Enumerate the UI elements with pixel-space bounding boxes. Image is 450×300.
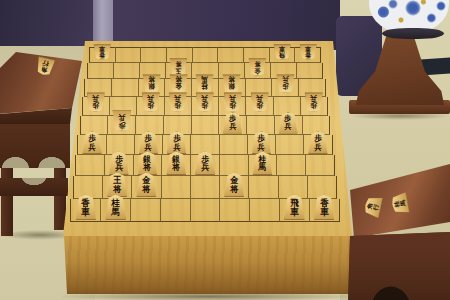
piece-kanji: 将: [148, 77, 154, 84]
left-stand-stretcher: [0, 178, 68, 196]
square-9g[interactable]: [75, 155, 105, 176]
square-9h[interactable]: [73, 176, 103, 198]
square-1g[interactable]: [306, 155, 335, 176]
square-5e[interactable]: [192, 116, 220, 135]
piece-kanji: 兵: [115, 163, 123, 171]
piece-white-pawn[interactable]: 歩兵: [141, 92, 160, 112]
square-9i[interactable]: 香車: [70, 199, 101, 222]
square-9b[interactable]: [87, 63, 114, 80]
square-2c[interactable]: 歩兵: [272, 79, 299, 97]
piece-kanji: 馬: [259, 163, 267, 171]
piece-white-gold[interactable]: 金将: [248, 58, 267, 76]
piece-kanji: 兵: [118, 113, 125, 121]
piece-kanji: 将: [172, 163, 180, 171]
piece-white-pawn[interactable]: 歩兵: [250, 92, 269, 112]
piece-kanji: 車: [305, 46, 311, 52]
piece-kanji: 兵: [88, 143, 95, 151]
shogi-scene: 角行 香車飛車香車玉将金将銀将金将桂馬銀将歩兵歩兵歩兵歩兵歩兵歩兵歩兵歩兵歩兵歩…: [0, 0, 450, 300]
square-6d[interactable]: 歩兵: [165, 97, 192, 116]
piece-kanji: 兵: [174, 95, 181, 102]
square-8f[interactable]: [107, 135, 135, 155]
piece-kanji: 銀: [228, 84, 234, 91]
piece-black-pawn[interactable]: 歩兵: [278, 112, 298, 134]
left-stand-leg: [1, 166, 13, 236]
piece-kanji: 桂: [202, 84, 208, 91]
piece-kanji: 行: [372, 203, 379, 211]
square-1d[interactable]: 歩兵: [301, 97, 328, 116]
piece-kanji: 馬: [202, 77, 208, 84]
square-3i[interactable]: [250, 199, 280, 222]
square-3g[interactable]: 桂馬: [249, 155, 278, 176]
piece-black-pawn[interactable]: 歩兵: [308, 131, 328, 154]
piece-black-rook[interactable]: 飛車: [284, 194, 305, 220]
piece-kanji: 将: [230, 185, 238, 194]
piece-kanji: 兵: [314, 143, 321, 151]
piece-kanji: 歩: [118, 121, 125, 129]
rank-h: 王将金将金将: [73, 176, 337, 198]
square-6i[interactable]: [161, 199, 191, 222]
piece-kanji: 兵: [201, 163, 209, 171]
square-1b[interactable]: [297, 63, 323, 80]
piece-black-knight[interactable]: 桂馬: [105, 194, 126, 220]
square-8e[interactable]: 歩兵: [108, 116, 136, 135]
piece-kanji: 歩: [282, 84, 288, 91]
square-9d[interactable]: 歩兵: [82, 97, 110, 116]
square-8a[interactable]: [116, 47, 142, 63]
screen-hinge-strip: [93, 0, 113, 44]
piece-kanji: 将: [144, 163, 152, 171]
piece-kanji: 車: [320, 207, 328, 216]
square-5d[interactable]: 歩兵: [192, 97, 219, 116]
rank-g: 歩兵銀将銀将歩兵桂馬: [75, 155, 335, 176]
square-2i[interactable]: 飛車: [280, 199, 310, 222]
piece-kanji: 車: [290, 207, 298, 216]
piece-kanji: 金: [175, 84, 181, 91]
piece-white-pawn[interactable]: 歩兵: [86, 92, 105, 112]
piece-black-lance[interactable]: 香車: [313, 194, 334, 220]
piece-kanji: 将: [176, 60, 182, 67]
piece-white-knight[interactable]: 桂馬: [195, 74, 214, 93]
piece-kanji: 将: [142, 185, 150, 194]
piece-black-pawn[interactable]: 歩兵: [195, 151, 216, 175]
square-9f[interactable]: 歩兵: [77, 135, 106, 155]
square-4a[interactable]: [218, 47, 244, 63]
square-5i[interactable]: [191, 199, 221, 222]
piece-kanji: 車: [99, 46, 105, 52]
piece-kanji: 銀: [148, 84, 154, 91]
piece-black-gold[interactable]: 金将: [224, 172, 245, 197]
vase-foot-ring: [382, 28, 444, 39]
rank-a: 香車飛車香車: [89, 47, 321, 63]
rank-e: 歩兵歩兵歩兵: [80, 116, 331, 135]
piece-white-lance[interactable]: 香車: [299, 44, 317, 60]
piece-kanji: 将: [113, 185, 121, 194]
square-2a[interactable]: 飛車: [270, 47, 296, 63]
piece-black-pawn[interactable]: 歩兵: [82, 131, 102, 154]
square-1f[interactable]: 歩兵: [304, 135, 332, 155]
piece-black-silver[interactable]: 銀将: [166, 151, 187, 175]
piece-kanji: 兵: [256, 95, 263, 102]
piece-white-pawn[interactable]: 歩兵: [112, 110, 132, 132]
square-2e[interactable]: 歩兵: [275, 116, 303, 135]
square-6h[interactable]: [162, 176, 191, 198]
piece-kanji: 兵: [258, 143, 265, 151]
square-5a[interactable]: [193, 47, 219, 63]
piece-black-pawn[interactable]: 歩兵: [251, 131, 271, 154]
piece-white-pawn[interactable]: 歩兵: [304, 92, 323, 112]
square-8c[interactable]: [112, 79, 139, 97]
square-5h[interactable]: [191, 176, 220, 198]
piece-kanji: 馬: [111, 207, 119, 216]
piece-black-lance[interactable]: 香車: [75, 194, 96, 220]
right-stand-apron: [348, 232, 450, 300]
square-4e[interactable]: 歩兵: [219, 116, 247, 135]
square-8i[interactable]: 桂馬: [101, 199, 131, 222]
square-4i[interactable]: [220, 199, 250, 222]
piece-white-pawn[interactable]: 歩兵: [168, 92, 187, 112]
square-4f[interactable]: [220, 135, 248, 155]
piece-white-king[interactable]: 玉将: [169, 58, 188, 76]
square-2g[interactable]: [277, 155, 306, 176]
piece-kanji: 車: [82, 207, 90, 216]
square-9e[interactable]: [80, 116, 109, 135]
piece-kanji: 将: [175, 77, 181, 84]
square-3h[interactable]: [249, 176, 278, 198]
square-8b[interactable]: [114, 63, 140, 80]
square-1i[interactable]: 香車: [310, 199, 340, 222]
piece-white-pawn[interactable]: 歩兵: [276, 74, 295, 93]
square-7h[interactable]: 金将: [132, 176, 161, 198]
piece-white-silver[interactable]: 銀将: [222, 74, 241, 93]
piece-kanji: 兵: [147, 95, 154, 102]
piece-kanji: 兵: [229, 123, 236, 131]
square-5g[interactable]: 歩兵: [191, 155, 220, 176]
piece-kanji: 行: [42, 60, 50, 67]
square-3b[interactable]: 金将: [245, 63, 271, 80]
piece-kanji: 兵: [310, 95, 317, 102]
piece-black-king[interactable]: 王将: [107, 172, 128, 197]
piece-kanji: 将: [228, 77, 234, 84]
piece-black-knight[interactable]: 桂馬: [252, 151, 273, 175]
shogi-board-grid: 香車飛車香車玉将金将銀将金将桂馬銀将歩兵歩兵歩兵歩兵歩兵歩兵歩兵歩兵歩兵歩兵歩兵…: [59, 47, 351, 223]
piece-kanji: 車: [279, 46, 285, 52]
piece-kanji: 兵: [93, 95, 100, 102]
piece-kanji: 兵: [285, 123, 292, 131]
piece-black-gold[interactable]: 金将: [136, 172, 157, 197]
square-7a[interactable]: [141, 47, 167, 63]
piece-kanji: 兵: [202, 95, 209, 102]
square-4h[interactable]: 金将: [220, 176, 249, 198]
piece-kanji: 馬: [399, 199, 406, 206]
rank-i: 香車桂馬飛車香車: [71, 199, 340, 222]
square-6g[interactable]: 銀将: [162, 155, 191, 176]
square-8h[interactable]: 王将: [103, 176, 132, 198]
square-2f[interactable]: [276, 135, 304, 155]
piece-kanji: 兵: [173, 143, 180, 151]
piece-white-rook[interactable]: 飛車: [273, 44, 291, 60]
piece-white-gold[interactable]: 金将: [169, 74, 188, 93]
piece-black-pawn[interactable]: 歩兵: [223, 112, 243, 134]
square-8g[interactable]: 歩兵: [105, 155, 134, 176]
square-1a[interactable]: 香車: [295, 47, 321, 63]
piece-kanji: 兵: [145, 143, 152, 151]
piece-black-pawn[interactable]: 歩兵: [138, 131, 158, 154]
square-7i[interactable]: [131, 199, 161, 222]
piece-white-lance[interactable]: 香車: [93, 44, 111, 60]
piece-black-pawn[interactable]: 歩兵: [108, 151, 129, 175]
square-3d[interactable]: 歩兵: [246, 97, 273, 116]
piece-kanji: 将: [254, 60, 260, 67]
piece-black-silver[interactable]: 銀将: [137, 151, 158, 175]
piece-black-pawn[interactable]: 歩兵: [167, 131, 187, 154]
square-9a[interactable]: 香車: [89, 47, 116, 63]
piece-white-pawn[interactable]: 歩兵: [223, 92, 242, 112]
board-front-face: [60, 235, 355, 295]
square-7d[interactable]: 歩兵: [137, 97, 164, 116]
piece-white-pawn[interactable]: 歩兵: [195, 92, 214, 112]
piece-kanji: 兵: [282, 77, 288, 84]
piece-white-silver[interactable]: 銀将: [142, 74, 161, 93]
piece-kanji: 兵: [229, 95, 236, 102]
